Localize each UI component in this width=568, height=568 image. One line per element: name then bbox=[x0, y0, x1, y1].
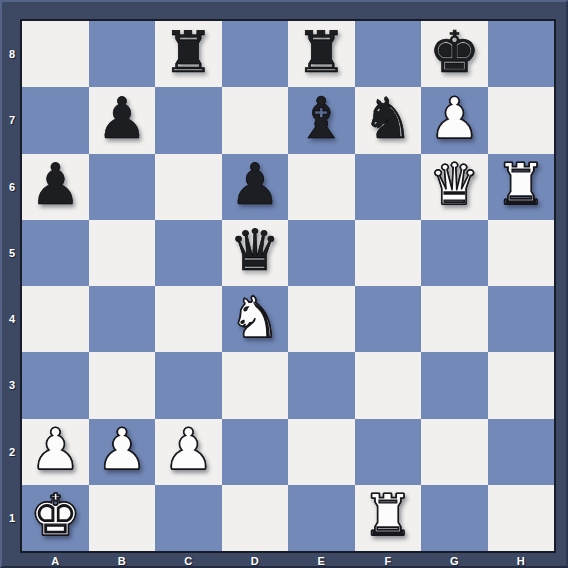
square-c6[interactable] bbox=[155, 154, 222, 220]
square-d3[interactable] bbox=[222, 352, 289, 418]
rank-label-6: 6 bbox=[2, 154, 22, 220]
square-a2[interactable]: ♟ bbox=[22, 419, 89, 485]
square-b5[interactable] bbox=[89, 220, 156, 286]
rank-label-5: 5 bbox=[2, 220, 22, 286]
square-d7[interactable] bbox=[222, 87, 289, 153]
square-f1[interactable]: ♜ bbox=[355, 485, 422, 551]
square-b4[interactable] bbox=[89, 286, 156, 352]
square-f2[interactable] bbox=[355, 419, 422, 485]
square-g2[interactable] bbox=[421, 419, 488, 485]
square-f6[interactable] bbox=[355, 154, 422, 220]
square-g3[interactable] bbox=[421, 352, 488, 418]
square-d4[interactable]: ♞ bbox=[222, 286, 289, 352]
white-pawn-b2[interactable]: ♟ bbox=[96, 421, 147, 478]
black-pawn-b7[interactable]: ♟ bbox=[96, 90, 147, 147]
square-d5[interactable]: ♛ bbox=[222, 220, 289, 286]
file-label-c: C bbox=[155, 553, 222, 568]
square-e6[interactable] bbox=[288, 154, 355, 220]
black-queen-d5[interactable]: ♛ bbox=[229, 222, 280, 279]
square-d6[interactable]: ♟ bbox=[222, 154, 289, 220]
rank-label-8: 8 bbox=[2, 21, 22, 87]
rank-label-1: 1 bbox=[2, 485, 22, 551]
square-h7[interactable] bbox=[488, 87, 555, 153]
black-bishop-e7[interactable]: ♝ bbox=[296, 90, 347, 147]
white-pawn-g7[interactable]: ♟ bbox=[429, 90, 480, 147]
file-label-e: E bbox=[288, 553, 355, 568]
square-c4[interactable] bbox=[155, 286, 222, 352]
square-d2[interactable] bbox=[222, 419, 289, 485]
square-e1[interactable] bbox=[288, 485, 355, 551]
square-f4[interactable] bbox=[355, 286, 422, 352]
square-h8[interactable] bbox=[488, 21, 555, 87]
white-rook-f1[interactable]: ♜ bbox=[362, 487, 413, 544]
square-h1[interactable] bbox=[488, 485, 555, 551]
square-f7[interactable]: ♞ bbox=[355, 87, 422, 153]
board-frame: 87654321 ♜♜♚♟♝♞♟♟♟♛♜♛♞♟♟♟♚♜ ABCDEFGH bbox=[0, 0, 568, 568]
square-h3[interactable] bbox=[488, 352, 555, 418]
black-pawn-a6[interactable]: ♟ bbox=[30, 156, 81, 213]
square-h4[interactable] bbox=[488, 286, 555, 352]
rank-label-7: 7 bbox=[2, 87, 22, 153]
square-a8[interactable] bbox=[22, 21, 89, 87]
square-g8[interactable]: ♚ bbox=[421, 21, 488, 87]
white-knight-d4[interactable]: ♞ bbox=[229, 289, 280, 346]
square-b2[interactable]: ♟ bbox=[89, 419, 156, 485]
square-g4[interactable] bbox=[421, 286, 488, 352]
square-e2[interactable] bbox=[288, 419, 355, 485]
white-queen-g6[interactable]: ♛ bbox=[429, 156, 480, 213]
file-label-h: H bbox=[488, 553, 555, 568]
file-label-b: B bbox=[89, 553, 156, 568]
square-c5[interactable] bbox=[155, 220, 222, 286]
square-e5[interactable] bbox=[288, 220, 355, 286]
square-c3[interactable] bbox=[155, 352, 222, 418]
square-h2[interactable] bbox=[488, 419, 555, 485]
square-c8[interactable]: ♜ bbox=[155, 21, 222, 87]
square-f3[interactable] bbox=[355, 352, 422, 418]
square-b8[interactable] bbox=[89, 21, 156, 87]
square-f5[interactable] bbox=[355, 220, 422, 286]
black-rook-e8[interactable]: ♜ bbox=[296, 24, 347, 81]
black-knight-f7[interactable]: ♞ bbox=[362, 90, 413, 147]
square-a3[interactable] bbox=[22, 352, 89, 418]
square-f8[interactable] bbox=[355, 21, 422, 87]
square-g6[interactable]: ♛ bbox=[421, 154, 488, 220]
square-b1[interactable] bbox=[89, 485, 156, 551]
square-c7[interactable] bbox=[155, 87, 222, 153]
square-a6[interactable]: ♟ bbox=[22, 154, 89, 220]
file-labels: ABCDEFGH bbox=[22, 553, 554, 568]
square-c2[interactable]: ♟ bbox=[155, 419, 222, 485]
square-a4[interactable] bbox=[22, 286, 89, 352]
file-label-g: G bbox=[421, 553, 488, 568]
square-g5[interactable] bbox=[421, 220, 488, 286]
square-e7[interactable]: ♝ bbox=[288, 87, 355, 153]
square-a7[interactable] bbox=[22, 87, 89, 153]
square-h6[interactable]: ♜ bbox=[488, 154, 555, 220]
square-g7[interactable]: ♟ bbox=[421, 87, 488, 153]
square-a1[interactable]: ♚ bbox=[22, 485, 89, 551]
rank-label-3: 3 bbox=[2, 352, 22, 418]
black-rook-c8[interactable]: ♜ bbox=[163, 24, 214, 81]
square-e3[interactable] bbox=[288, 352, 355, 418]
file-label-d: D bbox=[222, 553, 289, 568]
rank-label-4: 4 bbox=[2, 286, 22, 352]
chess-board[interactable]: ♜♜♚♟♝♞♟♟♟♛♜♛♞♟♟♟♚♜ bbox=[22, 21, 554, 551]
square-h5[interactable] bbox=[488, 220, 555, 286]
square-e4[interactable] bbox=[288, 286, 355, 352]
rank-label-2: 2 bbox=[2, 419, 22, 485]
square-g1[interactable] bbox=[421, 485, 488, 551]
rank-labels: 87654321 bbox=[2, 21, 22, 551]
square-c1[interactable] bbox=[155, 485, 222, 551]
square-b3[interactable] bbox=[89, 352, 156, 418]
square-d1[interactable] bbox=[222, 485, 289, 551]
square-d8[interactable] bbox=[222, 21, 289, 87]
black-king-g8[interactable]: ♚ bbox=[429, 24, 480, 81]
white-rook-h6[interactable]: ♜ bbox=[495, 156, 546, 213]
file-label-f: F bbox=[355, 553, 422, 568]
file-label-a: A bbox=[22, 553, 89, 568]
white-pawn-a2[interactable]: ♟ bbox=[30, 421, 81, 478]
white-king-a1[interactable]: ♚ bbox=[30, 487, 81, 544]
square-b7[interactable]: ♟ bbox=[89, 87, 156, 153]
square-a5[interactable] bbox=[22, 220, 89, 286]
white-pawn-c2[interactable]: ♟ bbox=[163, 421, 214, 478]
square-b6[interactable] bbox=[89, 154, 156, 220]
square-e8[interactable]: ♜ bbox=[288, 21, 355, 87]
black-pawn-d6[interactable]: ♟ bbox=[229, 156, 280, 213]
